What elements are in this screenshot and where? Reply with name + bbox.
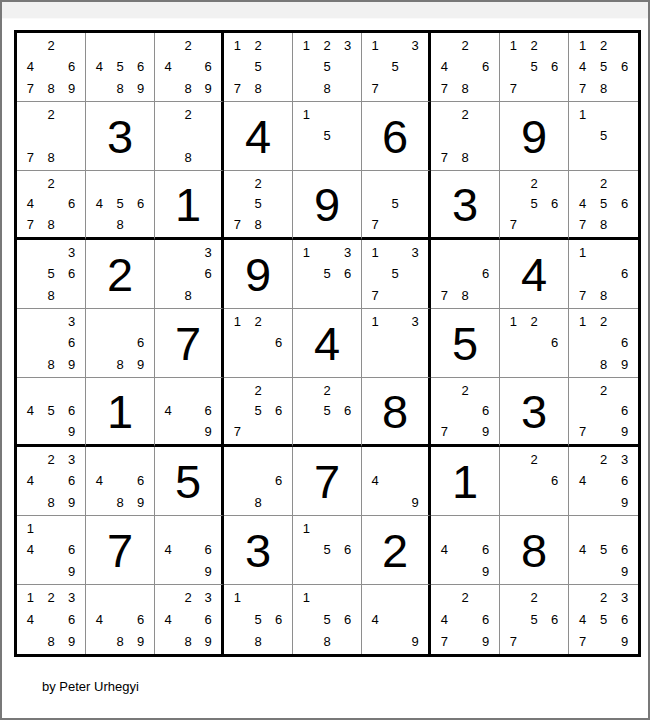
candidate-digit: 2 bbox=[593, 380, 614, 401]
candidate-digit: 1 bbox=[503, 311, 524, 332]
pencil-marks: 678 bbox=[431, 240, 499, 308]
candidate-digit: 8 bbox=[178, 147, 198, 168]
cell-r3c6[interactable]: 57 bbox=[362, 171, 431, 240]
candidate-digit: 8 bbox=[110, 354, 131, 375]
candidate-digit: 6 bbox=[544, 194, 565, 215]
cell-r4c5[interactable]: 1356 bbox=[293, 240, 362, 309]
candidate-digit: 2 bbox=[455, 380, 476, 401]
cell-r2c4[interactable]: 4 bbox=[224, 102, 293, 171]
candidate-digit: 3 bbox=[61, 242, 82, 263]
solved-digit: 9 bbox=[293, 171, 361, 237]
cell-r4c4[interactable]: 9 bbox=[224, 240, 293, 309]
pencil-marks: 2679 bbox=[569, 378, 638, 444]
candidate-digit: 3 bbox=[614, 587, 635, 609]
candidate-digit: 2 bbox=[178, 35, 198, 56]
cell-r4c8[interactable]: 4 bbox=[500, 240, 569, 309]
candidate-digit: 8 bbox=[110, 492, 131, 513]
candidate-digit: 8 bbox=[41, 78, 62, 99]
candidate-digit: 9 bbox=[61, 78, 82, 99]
candidate-digit: 6 bbox=[544, 56, 565, 77]
candidate-digit: 1 bbox=[296, 35, 317, 56]
candidate-digit: 6 bbox=[614, 539, 635, 560]
candidate-digit: 7 bbox=[20, 214, 41, 235]
solved-digit: 2 bbox=[86, 240, 154, 308]
pencil-marks: 2567 bbox=[500, 585, 568, 654]
cell-r3c9[interactable]: 245678 bbox=[569, 171, 638, 240]
cell-r6c4[interactable]: 2567 bbox=[224, 378, 293, 447]
candidate-digit: 6 bbox=[614, 470, 635, 491]
cell-r8c5[interactable]: 156 bbox=[293, 516, 362, 585]
cell-r5c9[interactable]: 12689 bbox=[569, 309, 638, 378]
pencil-marks: 24678 bbox=[17, 171, 85, 237]
candidate-digit: 8 bbox=[248, 78, 269, 99]
candidate-digit: 3 bbox=[405, 35, 425, 56]
candidate-digit: 4 bbox=[572, 539, 593, 560]
candidate-digit: 6 bbox=[337, 263, 358, 284]
candidate-digit: 9 bbox=[198, 421, 218, 442]
candidate-digit: 1 bbox=[296, 104, 317, 125]
candidate-digit: 8 bbox=[41, 214, 62, 235]
cell-r8c2[interactable]: 7 bbox=[86, 516, 155, 585]
candidate-digit: 6 bbox=[268, 332, 289, 353]
candidate-digit: 1 bbox=[20, 518, 41, 539]
cell-r6c3[interactable]: 469 bbox=[155, 378, 224, 447]
candidate-digit: 4 bbox=[89, 609, 110, 631]
candidate-digit: 6 bbox=[198, 539, 218, 560]
pencil-marks: 1568 bbox=[293, 585, 361, 654]
candidate-digit: 3 bbox=[405, 242, 425, 263]
sudoku-page: 2467894568924689125781235813572467812567… bbox=[0, 0, 650, 720]
candidate-digit: 6 bbox=[130, 609, 151, 631]
candidate-digit: 6 bbox=[614, 401, 635, 422]
pencil-marks: 12689 bbox=[569, 309, 638, 377]
candidate-digit: 5 bbox=[593, 609, 614, 631]
cell-r6c7[interactable]: 2679 bbox=[431, 378, 500, 447]
cell-r3c7[interactable]: 3 bbox=[431, 171, 500, 240]
candidate-digit: 6 bbox=[337, 609, 358, 631]
candidate-digit: 5 bbox=[41, 401, 62, 422]
candidate-digit: 4 bbox=[434, 539, 455, 560]
pencil-marks: 49 bbox=[362, 585, 428, 654]
pencil-marks: 246789 bbox=[17, 33, 85, 101]
candidate-digit: 1 bbox=[572, 242, 593, 263]
candidate-digit: 1 bbox=[365, 311, 385, 332]
candidate-digit: 1 bbox=[296, 518, 317, 539]
candidate-digit: 2 bbox=[248, 173, 269, 194]
candidate-digit: 6 bbox=[61, 539, 82, 560]
candidate-digit: 7 bbox=[434, 78, 455, 99]
solved-digit: 3 bbox=[500, 378, 568, 444]
pencil-marks: 689 bbox=[86, 309, 154, 377]
cell-r8c3[interactable]: 469 bbox=[155, 516, 224, 585]
candidate-digit: 2 bbox=[41, 35, 62, 56]
candidate-digit: 5 bbox=[248, 609, 269, 631]
candidate-digit: 5 bbox=[593, 125, 614, 146]
pencil-marks: 24689 bbox=[155, 33, 221, 101]
candidate-digit: 2 bbox=[524, 35, 545, 56]
cell-r7c6[interactable]: 49 bbox=[362, 447, 431, 516]
pencil-marks: 126 bbox=[224, 309, 292, 377]
cell-r4c2[interactable]: 2 bbox=[86, 240, 155, 309]
candidate-digit: 5 bbox=[317, 125, 338, 146]
candidate-digit: 9 bbox=[405, 630, 425, 652]
cell-r1c9[interactable]: 1245678 bbox=[569, 33, 638, 102]
solved-digit: 4 bbox=[500, 240, 568, 308]
pencil-marks: 1234689 bbox=[17, 585, 85, 654]
cell-r2c7[interactable]: 278 bbox=[431, 102, 500, 171]
pencil-marks: 469 bbox=[155, 516, 221, 584]
candidate-digit: 6 bbox=[614, 194, 635, 215]
cell-r6c8[interactable]: 3 bbox=[500, 378, 569, 447]
candidate-digit: 2 bbox=[593, 173, 614, 194]
candidate-digit: 1 bbox=[227, 311, 248, 332]
cell-r1c5[interactable]: 12358 bbox=[293, 33, 362, 102]
author-credit: by Peter Urhegyi bbox=[42, 679, 139, 694]
solved-digit: 4 bbox=[224, 102, 292, 170]
cell-r2c9[interactable]: 15 bbox=[569, 102, 638, 171]
candidate-digit: 5 bbox=[593, 194, 614, 215]
cell-r8c9[interactable]: 4569 bbox=[569, 516, 638, 585]
candidate-digit: 4 bbox=[572, 470, 593, 491]
candidate-digit: 9 bbox=[130, 630, 151, 652]
candidate-digit: 5 bbox=[593, 539, 614, 560]
candidate-digit: 5 bbox=[385, 263, 405, 284]
cell-r5c6[interactable]: 13 bbox=[362, 309, 431, 378]
cell-r5c7[interactable]: 5 bbox=[431, 309, 500, 378]
candidate-digit: 6 bbox=[61, 194, 82, 215]
cell-r9c4[interactable]: 1568 bbox=[224, 585, 293, 654]
candidate-digit: 6 bbox=[475, 609, 496, 631]
cell-r2c3[interactable]: 28 bbox=[155, 102, 224, 171]
candidate-digit: 4 bbox=[158, 539, 178, 560]
solved-digit: 5 bbox=[431, 309, 499, 377]
cell-r2c5[interactable]: 15 bbox=[293, 102, 362, 171]
candidate-digit: 4 bbox=[89, 470, 110, 491]
pencil-marks: 13 bbox=[362, 309, 428, 377]
candidate-digit: 6 bbox=[268, 401, 289, 422]
pencil-marks: 24679 bbox=[431, 585, 499, 654]
candidate-digit: 5 bbox=[385, 194, 405, 215]
candidate-digit: 1 bbox=[296, 242, 317, 263]
candidate-digit: 9 bbox=[614, 354, 635, 375]
pencil-marks: 24678 bbox=[431, 33, 499, 101]
candidate-digit: 2 bbox=[455, 35, 476, 56]
candidate-digit: 3 bbox=[61, 449, 82, 470]
pencil-marks: 3568 bbox=[17, 240, 85, 308]
pencil-marks: 1469 bbox=[17, 516, 85, 584]
candidate-digit: 7 bbox=[227, 421, 248, 442]
candidate-digit: 7 bbox=[434, 147, 455, 168]
candidate-digit: 8 bbox=[41, 285, 62, 306]
pencil-marks: 2679 bbox=[431, 378, 499, 444]
candidate-digit: 1 bbox=[365, 242, 385, 263]
candidate-digit: 3 bbox=[198, 587, 218, 609]
cell-r1c8[interactable]: 12567 bbox=[500, 33, 569, 102]
cell-r4c7[interactable]: 678 bbox=[431, 240, 500, 309]
candidate-digit: 6 bbox=[130, 56, 151, 77]
candidate-digit: 2 bbox=[248, 35, 269, 56]
candidate-digit: 7 bbox=[503, 78, 524, 99]
candidate-digit: 2 bbox=[455, 587, 476, 609]
candidate-digit: 4 bbox=[434, 56, 455, 77]
candidate-digit: 9 bbox=[198, 561, 218, 582]
cell-r8c8[interactable]: 8 bbox=[500, 516, 569, 585]
candidate-digit: 8 bbox=[178, 285, 198, 306]
cell-r6c5[interactable]: 256 bbox=[293, 378, 362, 447]
pencil-marks: 2345679 bbox=[569, 585, 638, 654]
pencil-marks: 368 bbox=[155, 240, 221, 308]
candidate-digit: 9 bbox=[614, 492, 635, 513]
candidate-digit: 4 bbox=[20, 609, 41, 631]
candidate-digit: 4 bbox=[20, 56, 41, 77]
cell-r3c5[interactable]: 9 bbox=[293, 171, 362, 240]
pencil-marks: 245678 bbox=[569, 171, 638, 237]
cell-r4c6[interactable]: 1357 bbox=[362, 240, 431, 309]
candidate-digit: 6 bbox=[475, 263, 496, 284]
candidate-digit: 7 bbox=[365, 285, 385, 306]
candidate-digit: 9 bbox=[130, 78, 151, 99]
candidate-digit: 6 bbox=[544, 609, 565, 631]
cell-r4c9[interactable]: 1678 bbox=[569, 240, 638, 309]
candidate-digit: 8 bbox=[248, 492, 269, 513]
candidate-digit: 4 bbox=[20, 194, 41, 215]
candidate-digit: 4 bbox=[20, 401, 41, 422]
candidate-digit: 7 bbox=[572, 421, 593, 442]
cell-r7c4[interactable]: 68 bbox=[224, 447, 293, 516]
cell-r6c6[interactable]: 8 bbox=[362, 378, 431, 447]
solved-digit: 3 bbox=[224, 516, 292, 584]
cell-r5c4[interactable]: 126 bbox=[224, 309, 293, 378]
candidate-digit: 8 bbox=[110, 214, 131, 235]
candidate-digit: 8 bbox=[41, 492, 62, 513]
cell-r7c7[interactable]: 1 bbox=[431, 447, 500, 516]
candidate-digit: 7 bbox=[227, 214, 248, 235]
cell-r7c9[interactable]: 23469 bbox=[569, 447, 638, 516]
solved-digit: 1 bbox=[155, 171, 221, 237]
cell-r3c1[interactable]: 24678 bbox=[17, 171, 86, 240]
candidate-digit: 5 bbox=[317, 401, 338, 422]
cell-r9c2[interactable]: 4689 bbox=[86, 585, 155, 654]
candidate-digit: 5 bbox=[317, 56, 338, 77]
cell-r2c2[interactable]: 3 bbox=[86, 102, 155, 171]
pencil-marks: 1678 bbox=[569, 240, 638, 308]
candidate-digit: 3 bbox=[61, 311, 82, 332]
cell-r4c3[interactable]: 368 bbox=[155, 240, 224, 309]
candidate-digit: 7 bbox=[503, 214, 524, 235]
solved-digit: 7 bbox=[155, 309, 221, 377]
top-strip bbox=[2, 2, 648, 19]
cell-r8c1[interactable]: 1469 bbox=[17, 516, 86, 585]
candidate-digit: 6 bbox=[614, 609, 635, 631]
cell-r3c2[interactable]: 4568 bbox=[86, 171, 155, 240]
candidate-digit: 7 bbox=[20, 78, 41, 99]
cell-r3c3[interactable]: 1 bbox=[155, 171, 224, 240]
candidate-digit: 6 bbox=[61, 332, 82, 353]
cell-r6c2[interactable]: 1 bbox=[86, 378, 155, 447]
candidate-digit: 4 bbox=[365, 609, 385, 631]
candidate-digit: 2 bbox=[248, 380, 269, 401]
cell-r1c3[interactable]: 24689 bbox=[155, 33, 224, 102]
pencil-marks: 49 bbox=[362, 447, 428, 515]
cell-r8c7[interactable]: 469 bbox=[431, 516, 500, 585]
pencil-marks: 57 bbox=[362, 171, 428, 237]
pencil-marks: 1356 bbox=[293, 240, 361, 308]
sudoku-grid: 2467894568924689125781235813572467812567… bbox=[14, 30, 641, 657]
candidate-digit: 2 bbox=[41, 449, 62, 470]
candidate-digit: 7 bbox=[227, 78, 248, 99]
candidate-digit: 3 bbox=[337, 242, 358, 263]
candidate-digit: 4 bbox=[89, 56, 110, 77]
candidate-digit: 5 bbox=[41, 263, 62, 284]
cell-r7c5[interactable]: 7 bbox=[293, 447, 362, 516]
pencil-marks: 278 bbox=[17, 102, 85, 170]
candidate-digit: 1 bbox=[227, 35, 248, 56]
candidate-digit: 8 bbox=[455, 147, 476, 168]
candidate-digit: 9 bbox=[198, 630, 218, 652]
candidate-digit: 2 bbox=[41, 173, 62, 194]
pencil-marks: 4689 bbox=[86, 585, 154, 654]
cell-r2c1[interactable]: 278 bbox=[17, 102, 86, 171]
candidate-digit: 4 bbox=[158, 609, 178, 631]
candidate-digit: 9 bbox=[475, 561, 496, 582]
cell-r5c1[interactable]: 3689 bbox=[17, 309, 86, 378]
cell-r7c3[interactable]: 5 bbox=[155, 447, 224, 516]
cell-r1c6[interactable]: 1357 bbox=[362, 33, 431, 102]
candidate-digit: 3 bbox=[198, 242, 218, 263]
candidate-digit: 4 bbox=[434, 609, 455, 631]
cell-r5c3[interactable]: 7 bbox=[155, 309, 224, 378]
candidate-digit: 9 bbox=[130, 354, 151, 375]
candidate-digit: 7 bbox=[572, 285, 593, 306]
candidate-digit: 6 bbox=[198, 56, 218, 77]
candidate-digit: 6 bbox=[544, 332, 565, 353]
cell-r8c6[interactable]: 2 bbox=[362, 516, 431, 585]
candidate-digit: 8 bbox=[248, 214, 269, 235]
candidate-digit: 5 bbox=[385, 56, 405, 77]
cell-r9c6[interactable]: 49 bbox=[362, 585, 431, 654]
solved-digit: 8 bbox=[362, 378, 428, 444]
cell-r5c8[interactable]: 126 bbox=[500, 309, 569, 378]
candidate-digit: 2 bbox=[41, 587, 62, 609]
candidate-digit: 6 bbox=[198, 609, 218, 631]
candidate-digit: 2 bbox=[41, 104, 62, 125]
cell-r4c1[interactable]: 3568 bbox=[17, 240, 86, 309]
candidate-digit: 1 bbox=[572, 311, 593, 332]
cell-r2c8[interactable]: 9 bbox=[500, 102, 569, 171]
cell-r7c1[interactable]: 234689 bbox=[17, 447, 86, 516]
candidate-digit: 9 bbox=[61, 630, 82, 652]
candidate-digit: 2 bbox=[524, 173, 545, 194]
candidate-digit: 5 bbox=[248, 194, 269, 215]
candidate-digit: 8 bbox=[455, 78, 476, 99]
candidate-digit: 4 bbox=[20, 470, 41, 491]
candidate-digit: 5 bbox=[110, 194, 131, 215]
pencil-marks: 2567 bbox=[500, 171, 568, 237]
pencil-marks: 1568 bbox=[224, 585, 292, 654]
cell-r5c2[interactable]: 689 bbox=[86, 309, 155, 378]
candidate-digit: 2 bbox=[317, 380, 338, 401]
pencil-marks: 28 bbox=[155, 102, 221, 170]
candidate-digit: 8 bbox=[593, 214, 614, 235]
pencil-marks: 3689 bbox=[17, 309, 85, 377]
solved-digit: 1 bbox=[431, 447, 499, 515]
candidate-digit: 2 bbox=[317, 35, 338, 56]
candidate-digit: 8 bbox=[41, 354, 62, 375]
candidate-digit: 5 bbox=[317, 539, 338, 560]
candidate-digit: 9 bbox=[198, 78, 218, 99]
cell-r9c3[interactable]: 234689 bbox=[155, 585, 224, 654]
cell-r6c9[interactable]: 2679 bbox=[569, 378, 638, 447]
cell-r5c5[interactable]: 4 bbox=[293, 309, 362, 378]
cell-r6c1[interactable]: 4569 bbox=[17, 378, 86, 447]
candidate-digit: 6 bbox=[61, 56, 82, 77]
pencil-marks: 2567 bbox=[224, 378, 292, 444]
cell-r7c8[interactable]: 26 bbox=[500, 447, 569, 516]
candidate-digit: 3 bbox=[337, 35, 358, 56]
candidate-digit: 6 bbox=[198, 401, 218, 422]
pencil-marks: 1357 bbox=[362, 240, 428, 308]
candidate-digit: 6 bbox=[130, 470, 151, 491]
pencil-marks: 278 bbox=[431, 102, 499, 170]
solved-digit: 5 bbox=[155, 447, 221, 515]
pencil-marks: 469 bbox=[155, 378, 221, 444]
candidate-digit: 4 bbox=[572, 609, 593, 631]
candidate-digit: 6 bbox=[61, 609, 82, 631]
cell-r9c8[interactable]: 2567 bbox=[500, 585, 569, 654]
cell-r1c2[interactable]: 45689 bbox=[86, 33, 155, 102]
candidate-digit: 4 bbox=[572, 56, 593, 77]
candidate-digit: 5 bbox=[317, 263, 338, 284]
cell-r8c4[interactable]: 3 bbox=[224, 516, 293, 585]
cell-r9c5[interactable]: 1568 bbox=[293, 585, 362, 654]
solved-digit: 4 bbox=[293, 309, 361, 377]
cell-r9c7[interactable]: 24679 bbox=[431, 585, 500, 654]
cell-r1c4[interactable]: 12578 bbox=[224, 33, 293, 102]
candidate-digit: 9 bbox=[61, 492, 82, 513]
candidate-digit: 5 bbox=[524, 56, 545, 77]
candidate-digit: 6 bbox=[544, 470, 565, 491]
pencil-marks: 15 bbox=[569, 102, 638, 170]
cell-r2c6[interactable]: 6 bbox=[362, 102, 431, 171]
solved-digit: 1 bbox=[86, 378, 154, 444]
candidate-digit: 6 bbox=[614, 56, 635, 77]
cell-r1c7[interactable]: 24678 bbox=[431, 33, 500, 102]
candidate-digit: 2 bbox=[593, 311, 614, 332]
candidate-digit: 8 bbox=[455, 285, 476, 306]
pencil-marks: 26 bbox=[500, 447, 568, 515]
cell-r9c9[interactable]: 2345679 bbox=[569, 585, 638, 654]
cell-r1c1[interactable]: 246789 bbox=[17, 33, 86, 102]
candidate-digit: 9 bbox=[405, 492, 425, 513]
cell-r3c4[interactable]: 2578 bbox=[224, 171, 293, 240]
candidate-digit: 9 bbox=[614, 630, 635, 652]
pencil-marks: 2578 bbox=[224, 171, 292, 237]
cell-r7c2[interactable]: 4689 bbox=[86, 447, 155, 516]
candidate-digit: 7 bbox=[365, 214, 385, 235]
candidate-digit: 2 bbox=[524, 587, 545, 609]
candidate-digit: 2 bbox=[248, 311, 269, 332]
pencil-marks: 1357 bbox=[362, 33, 428, 101]
solved-digit: 9 bbox=[224, 240, 292, 308]
pencil-marks: 1245678 bbox=[569, 33, 638, 101]
candidate-digit: 7 bbox=[572, 214, 593, 235]
candidate-digit: 6 bbox=[61, 263, 82, 284]
candidate-digit: 8 bbox=[248, 630, 269, 652]
candidate-digit: 8 bbox=[110, 630, 131, 652]
candidate-digit: 4 bbox=[158, 401, 178, 422]
cell-r9c1[interactable]: 1234689 bbox=[17, 585, 86, 654]
cell-r3c8[interactable]: 2567 bbox=[500, 171, 569, 240]
